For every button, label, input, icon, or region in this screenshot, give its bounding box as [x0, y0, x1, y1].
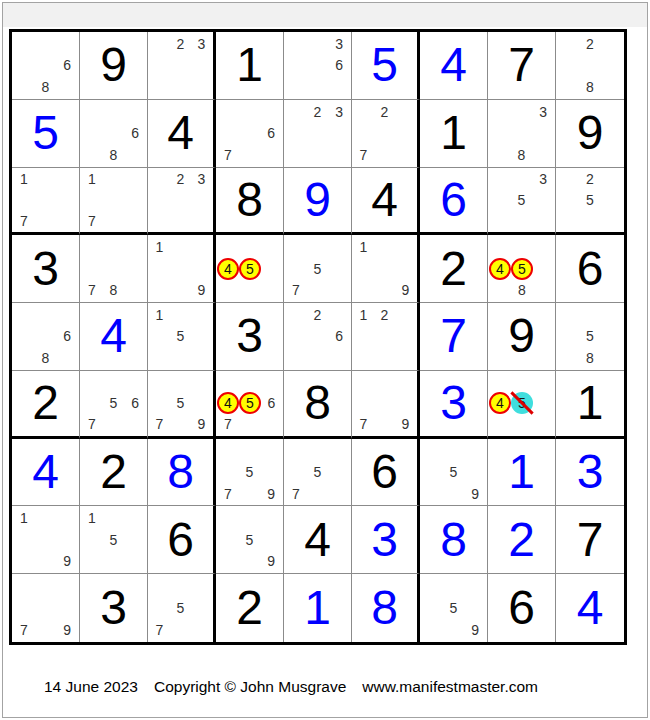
cell-r4c6: 19 [352, 235, 420, 303]
cell-r2c5: 23 [284, 100, 352, 168]
candidate-grid: 23 [285, 101, 350, 166]
yellow-circle-mark: 5 [239, 392, 261, 414]
cell-r2c6: 27 [352, 100, 420, 168]
candidate-grid: 36 [285, 33, 350, 98]
given-digit: 1 [216, 32, 283, 99]
candidate: 3 [328, 101, 350, 123]
cell-r4c4: 45 [216, 235, 284, 303]
candidate-digit: 9 [267, 487, 275, 501]
candidate-grid: 23 [149, 169, 212, 232]
yellow-circle-mark: 4 [489, 258, 511, 280]
candidate-grid: 23 [149, 33, 212, 98]
given-digit: 1 [420, 100, 487, 167]
given-digit: 3 [12, 235, 79, 302]
given-digit: 6 [488, 574, 555, 642]
candidate-digit: 3 [198, 172, 206, 186]
candidate-grid: 68 [13, 33, 78, 98]
cell-r1c4: 1 [216, 32, 284, 100]
cell-r1c8: 7 [488, 32, 556, 100]
candidate-digit: 8 [110, 283, 118, 297]
candidate-digit: 9 [63, 623, 71, 637]
candidate: 9 [260, 483, 282, 505]
solved-digit: 3 [352, 506, 417, 573]
cell-r2c1: 5 [12, 100, 80, 168]
candidate: 1 [81, 169, 103, 190]
candidate-digit: 6 [335, 329, 343, 343]
candidate-digit: 5 [314, 262, 322, 276]
candidate: 8 [511, 280, 533, 301]
candidate-digit: 8 [586, 351, 594, 365]
cell-r7c7: 59 [420, 439, 488, 507]
given-digit: 6 [556, 235, 624, 302]
candidate: 3 [328, 33, 350, 55]
cell-r7c9: 3 [556, 439, 624, 507]
solved-digit: 8 [352, 574, 417, 642]
candidate: 6 [56, 326, 78, 348]
candidate-digit: 2 [381, 308, 389, 322]
candidate: 2 [170, 169, 191, 190]
candidate: 8 [35, 76, 57, 98]
candidate-digit: 7 [156, 623, 164, 637]
candidate: 2 [374, 304, 395, 326]
candidate-digit: 7 [156, 417, 164, 431]
cell-r5c6: 12 [352, 303, 420, 371]
candidate: 5 [239, 461, 261, 483]
top-band [3, 3, 647, 27]
cell-r3c1: 17 [12, 168, 80, 236]
candidate-digit: 6 [268, 396, 276, 410]
candidate-grid: 45 [489, 372, 554, 435]
footer-url: www.manifestmaster.com [362, 678, 538, 696]
cell-r8c4: 59 [216, 506, 284, 574]
given-digit: 7 [488, 32, 555, 99]
candidate-digit: 9 [471, 623, 479, 637]
candidate-digit: 5 [177, 601, 185, 615]
candidate-digit: 5 [450, 465, 458, 479]
candidate-digit: 7 [88, 417, 96, 431]
candidate: 9 [191, 414, 212, 435]
candidate-digit: 2 [381, 105, 389, 119]
cell-r3c8: 35 [488, 168, 556, 236]
candidate-grid: 58 [557, 304, 623, 369]
candidate-digit: 8 [110, 148, 118, 162]
cell-r3c7: 6 [420, 168, 488, 236]
yellow-circle-mark: 4 [217, 392, 239, 414]
candidate: 3 [532, 101, 554, 123]
cell-r2c3: 4 [148, 100, 216, 168]
cell-r9c2: 3 [80, 574, 148, 642]
candidate-digit: 8 [518, 148, 526, 162]
given-digit: 2 [80, 439, 147, 506]
candidate: 5 [170, 326, 191, 348]
solved-digit: 4 [420, 32, 487, 99]
cell-r7c2: 2 [80, 439, 148, 507]
candidate-circled-yellow: 5 [239, 392, 261, 414]
candidate-grid: 579 [217, 440, 282, 505]
candidate-digit: 9 [471, 487, 479, 501]
cell-r8c7: 8 [420, 506, 488, 574]
cell-r4c8: 458 [488, 235, 556, 303]
candidate: 7 [81, 280, 103, 302]
candidate-grid: 579 [149, 372, 212, 435]
cell-r6c9: 1 [556, 371, 624, 439]
candidate-grid: 45 [217, 236, 282, 301]
candidate-grid: 57 [149, 575, 212, 641]
candidate: 7 [81, 210, 103, 231]
candidate-digit: 7 [20, 623, 28, 637]
cell-r6c3: 579 [148, 371, 216, 439]
cell-r5c1: 68 [12, 303, 80, 371]
candidate-digit: 2 [586, 172, 594, 186]
candidate-digit: 7 [224, 148, 232, 162]
cell-r5c7: 7 [420, 303, 488, 371]
candidate: 5 [239, 529, 261, 551]
cell-r9c4: 2 [216, 574, 284, 642]
candidate-grid: 38 [489, 101, 554, 166]
candidate: 2 [374, 101, 395, 123]
yellow-circle-mark: 4 [217, 258, 239, 280]
cell-r1c7: 4 [420, 32, 488, 100]
cell-r6c7: 3 [420, 371, 488, 439]
candidate-grid: 59 [421, 440, 486, 505]
cell-r1c2: 9 [80, 32, 148, 100]
candidate-digit: 5 [586, 329, 594, 343]
cell-r6c5: 8 [284, 371, 352, 439]
solved-digit: 4 [12, 439, 79, 506]
cell-r3c2: 17 [80, 168, 148, 236]
candidate-digit: 9 [402, 283, 410, 297]
candidate-digit: 2 [314, 308, 322, 322]
solved-digit: 6 [420, 168, 487, 233]
cell-r7c8: 1 [488, 439, 556, 507]
solved-digit: 2 [488, 506, 555, 573]
candidate: 1 [149, 304, 170, 326]
candidate-digit: 1 [156, 308, 164, 322]
candidate: 3 [532, 169, 554, 190]
candidate-digit: 5 [450, 601, 458, 615]
candidate: 7 [217, 414, 239, 434]
candidate: 9 [395, 414, 416, 435]
candidate-digit: 6 [131, 126, 139, 140]
candidate: 7 [285, 483, 307, 505]
cell-r8c2: 15 [80, 506, 148, 574]
given-digit: 1 [556, 371, 624, 436]
candidate-circled-yellow: 4 [217, 258, 239, 280]
cell-r9c5: 1 [284, 574, 352, 642]
candidate: 7 [285, 280, 307, 302]
candidate-digit: 1 [88, 511, 96, 525]
cell-r8c3: 6 [148, 506, 216, 574]
yellow-circle-mark: 5 [239, 258, 261, 280]
candidate: 2 [579, 33, 601, 55]
given-digit: 9 [556, 100, 624, 167]
candidate: 8 [103, 144, 125, 166]
candidate: 1 [13, 507, 35, 529]
candidate: 1 [353, 236, 374, 258]
candidate-grid: 15 [81, 507, 146, 572]
candidate-digit: 7 [292, 283, 300, 297]
candidate-grid: 27 [353, 101, 416, 166]
candidate-digit: 7 [292, 487, 300, 501]
candidate: 6 [328, 326, 350, 348]
sudoku-board: 6892313654728568467232713891717238946352… [9, 29, 627, 645]
candidate: 7 [217, 483, 239, 505]
candidate-grid: 19 [149, 236, 212, 301]
candidate: 8 [511, 144, 533, 166]
candidate: 1 [353, 304, 374, 326]
candidate: 9 [56, 551, 78, 573]
cell-r7c3: 8 [148, 439, 216, 507]
candidate-digit: 2 [314, 105, 322, 119]
candidate: 6 [328, 55, 350, 77]
candidate-grid: 35 [489, 169, 554, 232]
cell-r4c2: 78 [80, 235, 148, 303]
cell-r7c4: 579 [216, 439, 284, 507]
candidate-digit: 2 [586, 37, 594, 51]
candidate-digit: 7 [88, 283, 96, 297]
candidate: 1 [149, 236, 170, 258]
cell-r8c6: 3 [352, 506, 420, 574]
given-digit: 9 [80, 32, 147, 99]
given-digit: 6 [352, 439, 417, 506]
cell-r9c3: 57 [148, 574, 216, 642]
candidate: 8 [579, 347, 601, 369]
given-digit: 3 [216, 303, 283, 370]
candidate-digit: 3 [539, 172, 547, 186]
solved-digit: 1 [284, 574, 351, 642]
cell-r6c8: 45 [488, 371, 556, 439]
candidate-digit: 3 [198, 37, 206, 51]
candidate: 9 [56, 619, 78, 641]
candidate-digit: 5 [110, 396, 118, 410]
candidate-grid: 78 [81, 236, 146, 301]
candidate-digit: 6 [267, 126, 275, 140]
solved-digit: 7 [420, 303, 487, 370]
solved-digit: 5 [12, 100, 79, 167]
solved-digit: 4 [556, 574, 624, 642]
given-digit: 2 [12, 371, 79, 436]
cell-r4c1: 3 [12, 235, 80, 303]
candidate-grid: 26 [285, 304, 350, 369]
cell-r5c9: 58 [556, 303, 624, 371]
given-digit: 7 [556, 506, 624, 573]
candidate-grid: 59 [421, 575, 486, 641]
cyan-elimination-mark: 5 [511, 392, 533, 414]
candidate-digit: 8 [42, 351, 50, 365]
cell-r1c3: 23 [148, 32, 216, 100]
solved-digit: 1 [488, 439, 555, 506]
cell-r4c9: 6 [556, 235, 624, 303]
candidate-grid: 28 [557, 33, 623, 98]
candidate: 2 [307, 304, 329, 326]
solved-digit: 8 [420, 506, 487, 573]
candidate-digit: 9 [198, 283, 206, 297]
candidate-digit: 7 [88, 214, 96, 228]
solved-digit: 4 [80, 303, 147, 370]
candidate-circled-yellow: 4 [489, 258, 511, 280]
candidate-digit: 6 [63, 58, 71, 72]
given-digit: 2 [216, 574, 283, 642]
given-digit: 2 [420, 235, 487, 302]
given-digit: 3 [80, 574, 147, 642]
candidate: 3 [191, 169, 212, 190]
cell-r6c2: 567 [80, 371, 148, 439]
candidate: 7 [353, 144, 374, 166]
candidate-grid: 59 [217, 507, 282, 572]
candidate-digit: 3 [539, 105, 547, 119]
cell-r4c5: 57 [284, 235, 352, 303]
candidate: 2 [579, 169, 601, 190]
solved-digit: 3 [556, 439, 624, 506]
candidate: 5 [103, 393, 125, 414]
candidate-grid: 567 [81, 372, 146, 435]
cell-r6c6: 79 [352, 371, 420, 439]
cell-r9c9: 4 [556, 574, 624, 642]
cell-r3c6: 4 [352, 168, 420, 236]
candidate-digit: 5 [246, 465, 254, 479]
cell-r7c6: 6 [352, 439, 420, 507]
candidate: 3 [191, 33, 212, 55]
cell-r1c6: 5 [352, 32, 420, 100]
candidate-digit: 1 [360, 240, 368, 254]
candidate: 6 [261, 392, 282, 414]
candidate: 2 [170, 33, 191, 55]
candidate-circled-yellow: 5 [511, 258, 533, 280]
candidate: 5 [307, 461, 329, 483]
candidate: 8 [579, 76, 601, 98]
candidate-digit: 5 [518, 193, 526, 207]
given-digit: 8 [284, 371, 351, 436]
candidate-digit: 6 [335, 58, 343, 72]
candidate-digit: 7 [360, 148, 368, 162]
cell-r5c5: 26 [284, 303, 352, 371]
candidate-grid: 458 [489, 236, 554, 301]
candidate-grid: 68 [81, 101, 146, 166]
cell-r3c3: 23 [148, 168, 216, 236]
cell-r2c7: 1 [420, 100, 488, 168]
cell-r1c5: 36 [284, 32, 352, 100]
candidate-grid: 4567 [217, 372, 282, 435]
given-digit: 4 [352, 168, 417, 233]
cell-r3c9: 25 [556, 168, 624, 236]
cell-r2c8: 38 [488, 100, 556, 168]
candidate: 6 [124, 122, 146, 144]
candidate-grid: 19 [13, 507, 78, 572]
candidate-digit: 6 [63, 329, 71, 343]
cell-r6c1: 2 [12, 371, 80, 439]
candidate: 9 [191, 280, 212, 302]
candidate: 9 [464, 619, 486, 641]
cell-r8c8: 2 [488, 506, 556, 574]
candidate-digit: 7 [224, 417, 232, 431]
cell-r2c4: 67 [216, 100, 284, 168]
cell-r1c1: 68 [12, 32, 80, 100]
footer-copyright: Copyright © John Musgrave [154, 678, 346, 696]
candidate: 5 [103, 529, 125, 551]
yellow-circle-mark: 4 [489, 392, 511, 414]
candidate: 5 [443, 461, 465, 483]
candidate-digit: 8 [42, 80, 50, 94]
candidate-digit: 7 [224, 487, 232, 501]
candidate-digit: 5 [177, 396, 185, 410]
candidate-digit: 6 [131, 396, 139, 410]
candidate-digit: 5 [314, 465, 322, 479]
candidate: 5 [170, 597, 191, 619]
candidate-digit: 8 [518, 283, 526, 297]
candidate-digit: 1 [20, 511, 28, 525]
candidate: 1 [13, 169, 35, 190]
candidate-digit: 5 [586, 193, 594, 207]
cell-r8c9: 7 [556, 506, 624, 574]
candidate: 2 [307, 101, 329, 123]
candidate: 5 [511, 189, 533, 210]
given-digit: 9 [488, 303, 555, 370]
candidate: 7 [13, 619, 35, 641]
solved-digit: 9 [284, 168, 351, 233]
candidate-digit: 1 [156, 240, 164, 254]
candidate-digit: 1 [88, 172, 96, 186]
cell-r8c1: 19 [12, 506, 80, 574]
candidate: 5 [579, 189, 601, 210]
cell-r3c5: 9 [284, 168, 352, 236]
cell-r4c7: 2 [420, 235, 488, 303]
cell-r3c4: 8 [216, 168, 284, 236]
candidate-digit: 9 [267, 554, 275, 568]
candidate-digit: 3 [335, 37, 343, 51]
candidate-digit: 2 [177, 37, 185, 51]
candidate-grid: 67 [217, 101, 282, 166]
candidate-digit: 5 [110, 533, 118, 547]
candidate-digit: 3 [335, 105, 343, 119]
candidate: 7 [149, 414, 170, 435]
candidate: 8 [35, 347, 57, 369]
solved-digit: 5 [352, 32, 417, 99]
candidate-digit: 8 [586, 80, 594, 94]
sudoku-page: 6892313654728568467232713891717238946352… [0, 0, 650, 720]
candidate-grid: 19 [353, 236, 416, 301]
candidate: 5 [307, 258, 329, 280]
candidate-grid: 57 [285, 440, 350, 505]
cell-r5c3: 15 [148, 303, 216, 371]
cell-r2c2: 68 [80, 100, 148, 168]
candidate-circled-yellow: 4 [489, 392, 511, 414]
candidate-grid: 17 [81, 169, 146, 232]
candidate-digit: 1 [360, 308, 368, 322]
candidate: 7 [353, 414, 374, 435]
cell-r7c5: 57 [284, 439, 352, 507]
candidate: 5 [443, 597, 465, 619]
candidate: 5 [170, 393, 191, 414]
candidate-circled-yellow: 5 [239, 258, 261, 280]
candidate-digit: 1 [20, 172, 28, 186]
cell-r5c4: 3 [216, 303, 284, 371]
cell-r9c1: 79 [12, 574, 80, 642]
cell-r5c2: 4 [80, 303, 148, 371]
given-digit: 8 [216, 168, 283, 233]
footer-date: 14 June 2023 [44, 678, 138, 696]
cell-r8c5: 4 [284, 506, 352, 574]
candidate: 7 [81, 414, 103, 435]
cell-r9c6: 8 [352, 574, 420, 642]
candidate-digit: 9 [402, 417, 410, 431]
candidate-grid: 17 [13, 169, 78, 232]
candidate-grid: 79 [13, 575, 78, 641]
candidate: 9 [464, 483, 486, 505]
candidate: 7 [13, 210, 35, 231]
candidate-grid: 25 [557, 169, 623, 232]
candidate-digit: 2 [177, 172, 185, 186]
candidate-digit: 5 [177, 329, 185, 343]
